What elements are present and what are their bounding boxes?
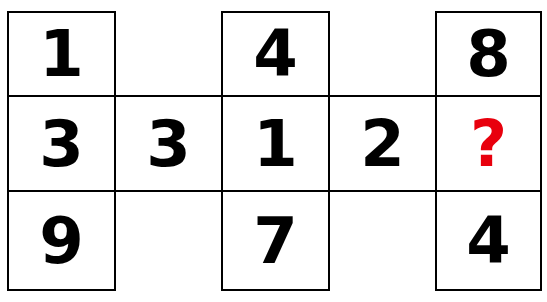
cell-r2c4: 2 [328,95,435,192]
cell-r2c2: 3 [114,95,221,192]
cell-r2c3: 1 [221,95,328,192]
cell-r3c5: 4 [435,192,542,291]
cell-r2c1: 3 [7,95,114,192]
puzzle-board: 1 4 8 3 3 1 2 ? 9 7 4 [7,11,542,291]
cell-r1c4 [328,11,435,95]
cell-r1c3: 4 [221,11,328,95]
cell-r3c4 [328,192,435,291]
puzzle-image: 1 4 8 3 3 1 2 ? 9 7 4 [0,0,547,302]
cell-r3c2 [114,192,221,291]
cell-r1c2 [114,11,221,95]
cell-r3c3: 7 [221,192,328,291]
cell-r2c5-unknown: ? [435,95,542,192]
cell-r1c5: 8 [435,11,542,95]
cell-r1c1: 1 [7,11,114,95]
cell-r3c1: 9 [7,192,114,291]
